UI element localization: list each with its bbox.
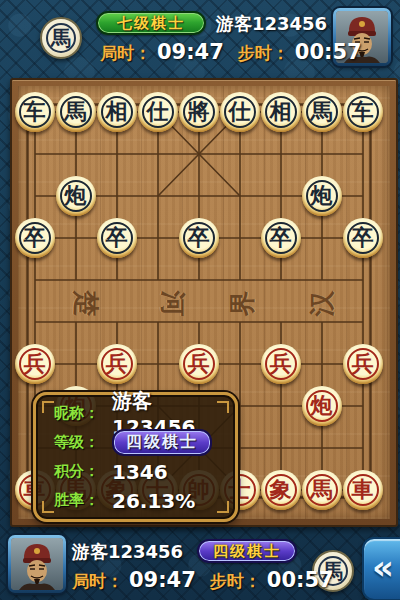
piece-red-炮[interactable]: 炮 xyxy=(302,386,342,426)
popup-corner-ornament xyxy=(42,401,54,413)
piece-black-炮[interactable]: 炮 xyxy=(302,176,342,216)
game-time-label: 局时： xyxy=(72,570,123,593)
winrate-value: 26.13% xyxy=(112,489,195,513)
score-label: 积分： xyxy=(54,462,106,481)
piece-ring xyxy=(46,23,76,53)
double-chevron-left-icon: « xyxy=(372,550,394,584)
piece-black-车[interactable]: 车 xyxy=(343,92,383,132)
opponent-nickname: 游客123456 xyxy=(216,12,327,36)
game-time-value: 09:47 xyxy=(129,568,196,592)
piece-red-馬[interactable]: 馬 xyxy=(302,470,342,510)
opponent-rank-badge: 七级棋士 xyxy=(96,11,206,35)
piece-red-兵[interactable]: 兵 xyxy=(343,344,383,384)
collapse-panel-button[interactable]: « xyxy=(362,537,400,600)
piece-red-車[interactable]: 車 xyxy=(343,470,383,510)
self-rank-label: 四级棋士 xyxy=(213,542,281,561)
piece-black-卒[interactable]: 卒 xyxy=(261,218,301,258)
piece-black-相[interactable]: 相 xyxy=(97,92,137,132)
piece-black-卒[interactable]: 卒 xyxy=(343,218,383,258)
opponent-timers: 局时： 09:47 步时： 00:57 xyxy=(100,40,362,65)
piece-red-兵[interactable]: 兵 xyxy=(261,344,301,384)
popup-row-score: 积分： 1346 xyxy=(36,457,235,486)
self-portrait xyxy=(11,538,63,590)
game-time-label: 局时： xyxy=(100,42,151,65)
popup-row-winrate: 胜率： 26.13% xyxy=(36,486,235,515)
player-info-popup: 昵称： 游客123456 等级： 四级棋士 积分： 1346 胜率： 26.13… xyxy=(33,392,238,522)
game-time-value: 09:47 xyxy=(157,40,224,64)
piece-red-象[interactable]: 象 xyxy=(261,470,301,510)
piece-black-炮[interactable]: 炮 xyxy=(56,176,96,216)
popup-row-rank: 等级： 四级棋士 xyxy=(36,428,235,457)
nickname-label: 昵称： xyxy=(54,404,106,423)
rank-label: 等级： xyxy=(54,433,106,452)
game-screen: 馬 七级棋士 游客123456 局时： 09:47 步时： 00:57 xyxy=(0,0,400,600)
piece-black-卒[interactable]: 卒 xyxy=(15,218,55,258)
popup-row-nickname: 昵称： 游客123456 xyxy=(36,399,235,428)
rank-badge: 四级棋士 xyxy=(112,429,212,456)
popup-corner-ornament xyxy=(42,501,54,513)
piece-black-將[interactable]: 將 xyxy=(179,92,219,132)
piece-black-卒[interactable]: 卒 xyxy=(179,218,219,258)
popup-corner-ornament xyxy=(217,401,229,413)
opponent-rank-label: 七级棋士 xyxy=(117,14,185,33)
move-time-value: 00:57 xyxy=(267,568,334,592)
piece-black-馬[interactable]: 馬 xyxy=(302,92,342,132)
piece-black-仕[interactable]: 仕 xyxy=(138,92,178,132)
piece-red-兵[interactable]: 兵 xyxy=(97,344,137,384)
self-avatar[interactable] xyxy=(8,535,66,593)
self-timers: 局时： 09:47 步时： 00:57 xyxy=(72,568,334,593)
piece-black-卒[interactable]: 卒 xyxy=(97,218,137,258)
piece-black-相[interactable]: 相 xyxy=(261,92,301,132)
move-time-label: 步时： xyxy=(210,570,261,593)
winrate-label: 胜率： xyxy=(54,491,106,510)
move-time-label: 步时： xyxy=(238,42,289,65)
piece-black-仕[interactable]: 仕 xyxy=(220,92,260,132)
self-rank-badge: 四级棋士 xyxy=(197,539,297,563)
piece-black-馬[interactable]: 馬 xyxy=(56,92,96,132)
move-time-value: 00:57 xyxy=(295,40,362,64)
popup-corner-ornament xyxy=(217,501,229,513)
piece-red-兵[interactable]: 兵 xyxy=(15,344,55,384)
opponent-side-piece-icon: 馬 xyxy=(40,17,82,59)
bottom-player-bar: 游客123456 四级棋士 馬 局时： 09:47 步时： 00:57 xyxy=(0,528,400,600)
piece-red-兵[interactable]: 兵 xyxy=(179,344,219,384)
score-value: 1346 xyxy=(112,460,168,484)
piece-black-车[interactable]: 车 xyxy=(15,92,55,132)
self-nickname: 游客123456 xyxy=(72,540,183,564)
top-player-bar: 馬 七级棋士 游客123456 局时： 09:47 步时： 00:57 xyxy=(0,0,400,76)
